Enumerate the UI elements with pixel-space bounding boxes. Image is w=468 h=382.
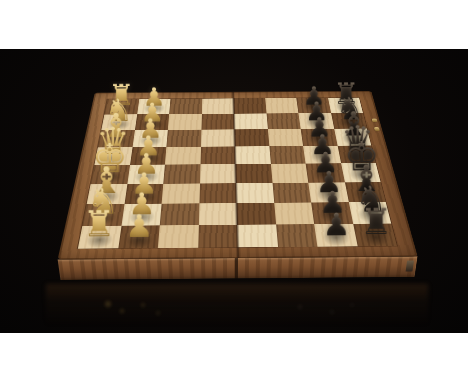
piece-reflection-glints bbox=[0, 49, 468, 333]
page-canvas: ♜♟♞♟♝♟♛♟♚♟♝♟♞♟♜♟♜♟♞♟♝♟♛♟♚♟♝♟♞♟♜♟ bbox=[0, 0, 468, 382]
